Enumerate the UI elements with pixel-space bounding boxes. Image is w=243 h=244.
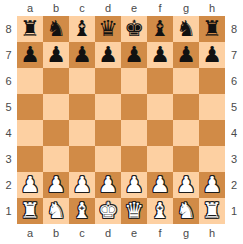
square-d8[interactable]: ♛ — [95, 16, 121, 42]
file-label-e-top: e — [121, 0, 147, 16]
square-a7[interactable]: ♟ — [17, 42, 43, 68]
square-c6[interactable] — [69, 68, 95, 94]
white-pawn-piece: ♟ — [150, 172, 170, 198]
file-label-a-bottom: a — [17, 224, 43, 244]
file-label-a-top: a — [17, 0, 43, 16]
black-pawn-piece: ♟ — [150, 42, 170, 68]
file-label-d-top: d — [95, 0, 121, 16]
square-a5[interactable] — [17, 94, 43, 120]
square-c1[interactable]: ♝ — [69, 198, 95, 224]
black-knight-piece: ♞ — [46, 16, 66, 42]
black-pawn-piece: ♟ — [124, 42, 144, 68]
black-knight-piece: ♞ — [176, 16, 196, 42]
file-label-g-bottom: g — [173, 224, 199, 244]
file-label-h-bottom: h — [199, 224, 225, 244]
square-a2[interactable]: ♟ — [17, 172, 43, 198]
square-f7[interactable]: ♟ — [147, 42, 173, 68]
white-queen-piece: ♛ — [124, 198, 144, 224]
square-e3[interactable] — [121, 146, 147, 172]
file-label-b-bottom: b — [43, 224, 69, 244]
square-h7[interactable]: ♟ — [199, 42, 225, 68]
square-c7[interactable]: ♟ — [69, 42, 95, 68]
square-a3[interactable] — [17, 146, 43, 172]
square-b7[interactable]: ♟ — [43, 42, 69, 68]
square-d3[interactable] — [95, 146, 121, 172]
square-h5[interactable] — [199, 94, 225, 120]
square-d7[interactable]: ♟ — [95, 42, 121, 68]
square-b8[interactable]: ♞ — [43, 16, 69, 42]
rank-label-4-left: 4 — [0, 120, 17, 146]
rank-label-7-right: 7 — [225, 42, 243, 68]
board-corner — [0, 0, 17, 16]
rank-label-6-left: 6 — [0, 68, 17, 94]
square-e5[interactable] — [121, 94, 147, 120]
rank-label-3-left: 3 — [0, 146, 17, 172]
board-corner — [225, 0, 243, 16]
rank-label-8-right: 8 — [225, 16, 243, 42]
square-g2[interactable]: ♟ — [173, 172, 199, 198]
square-b5[interactable] — [43, 94, 69, 120]
white-bishop-piece: ♝ — [72, 198, 92, 224]
square-a8[interactable]: ♜ — [17, 16, 43, 42]
black-rook-piece: ♜ — [202, 16, 222, 42]
square-b3[interactable] — [43, 146, 69, 172]
black-pawn-piece: ♟ — [46, 42, 66, 68]
white-pawn-piece: ♟ — [124, 172, 144, 198]
square-g1[interactable]: ♞ — [173, 198, 199, 224]
rank-label-5-left: 5 — [0, 94, 17, 120]
square-f8[interactable]: ♝ — [147, 16, 173, 42]
white-bishop-piece: ♝ — [150, 198, 170, 224]
square-c8[interactable]: ♝ — [69, 16, 95, 42]
square-d2[interactable]: ♟ — [95, 172, 121, 198]
square-a6[interactable] — [17, 68, 43, 94]
black-queen-piece: ♛ — [98, 16, 118, 42]
white-rook-piece: ♜ — [20, 198, 40, 224]
square-g7[interactable]: ♟ — [173, 42, 199, 68]
square-h3[interactable] — [199, 146, 225, 172]
square-f3[interactable] — [147, 146, 173, 172]
square-h1[interactable]: ♜ — [199, 198, 225, 224]
square-a4[interactable] — [17, 120, 43, 146]
white-pawn-piece: ♟ — [72, 172, 92, 198]
square-f2[interactable]: ♟ — [147, 172, 173, 198]
square-f5[interactable] — [147, 94, 173, 120]
file-label-c-top: c — [69, 0, 95, 16]
file-label-b-top: b — [43, 0, 69, 16]
square-e1[interactable]: ♛ — [121, 198, 147, 224]
black-king-piece: ♚ — [124, 16, 144, 42]
rank-label-8-left: 8 — [0, 16, 17, 42]
black-rook-piece: ♜ — [20, 16, 40, 42]
square-d4[interactable] — [95, 120, 121, 146]
white-knight-piece: ♞ — [176, 198, 196, 224]
file-label-d-bottom: d — [95, 224, 121, 244]
square-e4[interactable] — [121, 120, 147, 146]
square-b6[interactable] — [43, 68, 69, 94]
file-label-f-bottom: f — [147, 224, 173, 244]
black-pawn-piece: ♟ — [98, 42, 118, 68]
square-f4[interactable] — [147, 120, 173, 146]
square-e2[interactable]: ♟ — [121, 172, 147, 198]
square-c3[interactable] — [69, 146, 95, 172]
square-c5[interactable] — [69, 94, 95, 120]
white-pawn-piece: ♟ — [46, 172, 66, 198]
white-pawn-piece: ♟ — [98, 172, 118, 198]
white-pawn-piece: ♟ — [20, 172, 40, 198]
square-b4[interactable] — [43, 120, 69, 146]
rank-label-2-left: 2 — [0, 172, 17, 198]
board-corner — [0, 224, 17, 244]
black-pawn-piece: ♟ — [202, 42, 222, 68]
square-h4[interactable] — [199, 120, 225, 146]
black-bishop-piece: ♝ — [72, 16, 92, 42]
file-label-e-bottom: e — [121, 224, 147, 244]
square-f6[interactable] — [147, 68, 173, 94]
square-g4[interactable] — [173, 120, 199, 146]
square-g5[interactable] — [173, 94, 199, 120]
rank-label-2-right: 2 — [225, 172, 243, 198]
square-b1[interactable]: ♞ — [43, 198, 69, 224]
square-h6[interactable] — [199, 68, 225, 94]
square-e7[interactable]: ♟ — [121, 42, 147, 68]
square-c4[interactable] — [69, 120, 95, 146]
square-d6[interactable] — [95, 68, 121, 94]
rank-label-1-right: 1 — [225, 198, 243, 224]
square-d5[interactable] — [95, 94, 121, 120]
rank-label-6-right: 6 — [225, 68, 243, 94]
file-label-h-top: h — [199, 0, 225, 16]
chess-board: abcdefgh8♜♞♝♛♚♝♞♜87♟♟♟♟♟♟♟♟7665544332♟♟♟… — [0, 0, 243, 244]
rank-label-1-left: 1 — [0, 198, 17, 224]
square-c2[interactable]: ♟ — [69, 172, 95, 198]
black-bishop-piece: ♝ — [150, 16, 170, 42]
square-a1[interactable]: ♜ — [17, 198, 43, 224]
rank-label-7-left: 7 — [0, 42, 17, 68]
square-e8[interactable]: ♚ — [121, 16, 147, 42]
rank-label-4-right: 4 — [225, 120, 243, 146]
black-pawn-piece: ♟ — [20, 42, 40, 68]
square-f1[interactable]: ♝ — [147, 198, 173, 224]
white-pawn-piece: ♟ — [202, 172, 222, 198]
square-g3[interactable] — [173, 146, 199, 172]
square-h8[interactable]: ♜ — [199, 16, 225, 42]
rank-label-5-right: 5 — [225, 94, 243, 120]
white-king-piece: ♚ — [98, 198, 118, 224]
file-label-g-top: g — [173, 0, 199, 16]
file-label-f-top: f — [147, 0, 173, 16]
white-pawn-piece: ♟ — [176, 172, 196, 198]
file-label-c-bottom: c — [69, 224, 95, 244]
white-rook-piece: ♜ — [202, 198, 222, 224]
square-d1[interactable]: ♚ — [95, 198, 121, 224]
board-corner — [225, 224, 243, 244]
square-g6[interactable] — [173, 68, 199, 94]
white-knight-piece: ♞ — [46, 198, 66, 224]
square-e6[interactable] — [121, 68, 147, 94]
square-b2[interactable]: ♟ — [43, 172, 69, 198]
rank-label-3-right: 3 — [225, 146, 243, 172]
black-pawn-piece: ♟ — [72, 42, 92, 68]
square-h2[interactable]: ♟ — [199, 172, 225, 198]
square-g8[interactable]: ♞ — [173, 16, 199, 42]
black-pawn-piece: ♟ — [176, 42, 196, 68]
